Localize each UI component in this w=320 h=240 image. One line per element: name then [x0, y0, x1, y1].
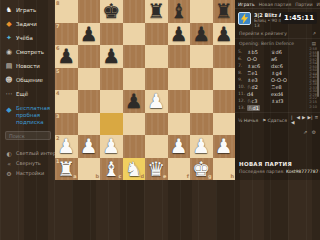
rank-label-8: 8	[56, 1, 59, 6]
white-pawn: ♟	[145, 90, 168, 113]
move-row: 11.d4exd42:302:28	[235, 90, 320, 97]
news-icon: ▤	[5, 62, 13, 70]
panel-tab-2[interactable]: Новая партия	[259, 2, 292, 7]
menu-button[interactable]: ≡	[314, 115, 318, 125]
move-clock-times: 2:222:15	[309, 97, 317, 104]
diamond-icon: ◆	[5, 106, 13, 114]
black-pawn: ♟	[168, 23, 191, 46]
square-e2[interactable]	[145, 135, 168, 158]
sidebar-item-label: Задачи	[16, 21, 37, 27]
square-c8[interactable]: ♚	[100, 0, 123, 23]
black-move[interactable]: ♖e8	[271, 84, 295, 90]
square-a5[interactable]: 5	[55, 68, 78, 91]
move-number: 5.	[238, 49, 247, 54]
file-label-h: h	[230, 174, 234, 179]
move-number: 11.	[238, 91, 247, 96]
move-list: 5.♗b5♕d62:582:556.O-Oa62:562:527.♗xc6dxc…	[235, 47, 320, 112]
opponent-link[interactable]: Kost98777787 (1|1)	[286, 169, 320, 174]
file-label-f: f	[187, 174, 189, 179]
share-icon[interactable]: ⇗	[303, 129, 307, 135]
square-e3[interactable]	[145, 113, 168, 136]
square-f2[interactable]: ♟	[168, 135, 191, 158]
square-b5[interactable]	[78, 68, 101, 91]
rank-label-3: 3	[56, 114, 59, 119]
square-c5[interactable]	[100, 68, 123, 91]
white-move[interactable]: ♘d1	[247, 105, 271, 111]
move-nav: |◀◀▶▶|≡	[291, 115, 318, 125]
new-game-section: НОВАЯ ПАРТИЯ Последняя партия: Kost98777…	[235, 161, 320, 174]
sidebar-footer-collapse[interactable]: «Свернуть	[0, 158, 55, 168]
square-g5[interactable]	[190, 68, 213, 91]
square-h3[interactable]	[213, 113, 236, 136]
black-move[interactable]: ♗xf3	[271, 98, 295, 104]
sidebar: ♞Играть◆Задачи✦Учёба◉Смотреть▤Новости☻Об…	[0, 0, 55, 180]
square-a2[interactable]: 2♟	[55, 135, 78, 158]
file-label-g: g	[208, 174, 212, 179]
square-d6[interactable]	[123, 45, 146, 68]
black-move[interactable]: ♗g4	[271, 70, 295, 76]
square-d7[interactable]	[123, 23, 146, 46]
sidebar-item-label: Ещё	[16, 91, 28, 97]
move-row: 8.♖e1♗g42:502:44	[235, 69, 320, 76]
square-c6[interactable]: ♟	[100, 45, 123, 68]
tournament-card[interactable]: 3|2 Blitz Арена Блиц • 90 партий 13 1:45…	[235, 9, 320, 29]
move-row: 9.♗e3O-O-O2:452:40	[235, 76, 320, 83]
blitz-lightning-icon	[238, 12, 251, 25]
white-move[interactable]: d4	[247, 91, 271, 97]
settings-icon[interactable]: ⚙	[312, 129, 316, 135]
sidebar-item-label: Смотреть	[16, 49, 44, 55]
square-e4[interactable]: ♟	[145, 90, 168, 113]
nav-first-button[interactable]: |◀	[291, 115, 294, 125]
resign-button[interactable]: ⚑ Сдаться	[262, 118, 287, 123]
right-panel: ИгратьНовая партияПартииИгроки 3|2 Blitz…	[235, 0, 320, 180]
panel-tab-4[interactable]: Игроки	[317, 2, 320, 7]
white-move[interactable]: ♗e3	[247, 77, 271, 83]
sidebar-item-label: Играть	[16, 7, 36, 13]
white-pawn: ♟	[190, 135, 213, 158]
black-move[interactable]: ♕d6	[271, 49, 295, 55]
search-box[interactable]	[5, 131, 51, 140]
square-f5[interactable]	[168, 68, 191, 91]
game-controls: ½ Ничья ⚑ Сдаться |◀◀▶▶|≡	[235, 112, 320, 127]
square-e8[interactable]: ♜	[145, 0, 168, 23]
black-bishop: ♝	[168, 0, 191, 23]
panel-tab-1[interactable]: Играть	[238, 2, 255, 7]
sidebar-item-more[interactable]: ⋯Ещё	[0, 87, 55, 101]
move-number: 8.	[238, 70, 247, 75]
black-pawn: ♟	[78, 23, 101, 46]
sidebar-item-label: Общение	[16, 77, 43, 83]
move-number: 12.	[238, 98, 247, 103]
rank-label-4: 4	[56, 91, 59, 96]
white-move[interactable]: ♗b5	[247, 49, 271, 55]
move-number: 13.	[238, 105, 247, 110]
collapse-icon: «	[5, 160, 13, 167]
square-e6[interactable]	[145, 45, 168, 68]
white-move[interactable]: O-O	[247, 56, 271, 62]
file-label-c: c	[119, 174, 122, 179]
light-ui-icon: ◐	[5, 150, 13, 157]
tournament-info: 3|2 Blitz Арена Блиц • 90 партий 13	[254, 12, 278, 28]
square-e7[interactable]	[145, 23, 168, 46]
learn-icon: ✦	[5, 34, 13, 42]
square-h1[interactable]: h	[213, 158, 236, 181]
square-e5[interactable]	[145, 68, 168, 91]
nav-last-button[interactable]: ▶|	[307, 115, 312, 125]
draw-button[interactable]: ½ Ничья	[238, 118, 258, 123]
white-pawn: ♟	[213, 135, 236, 158]
rank-label-2: 2	[56, 136, 59, 141]
black-move[interactable]: a6	[271, 56, 295, 62]
black-move[interactable]: O-O-O	[271, 77, 295, 83]
standings-icon[interactable]: ⇗	[312, 31, 316, 36]
square-d5[interactable]	[123, 68, 146, 91]
move-row: 7.♗xc6dxc62:542:50	[235, 62, 320, 69]
chess-board[interactable]: 8♚♜♝♜7♟♟♟♟6♟♟54♟♟32♟♟♟♟♟♟1a♜bc♝d♞e♛fg♚h	[55, 0, 235, 180]
black-rook: ♜	[145, 0, 168, 23]
square-b7[interactable]: ♟	[78, 23, 101, 46]
black-rook: ♜	[213, 0, 236, 23]
square-c2[interactable]: ♟	[100, 135, 123, 158]
black-pawn: ♟	[213, 23, 236, 46]
move-number: 7.	[238, 63, 247, 68]
sidebar-footer-label: Свернуть	[16, 160, 41, 166]
square-h6[interactable]	[213, 45, 236, 68]
square-g1[interactable]: g♚	[190, 158, 213, 181]
square-c7[interactable]	[100, 23, 123, 46]
watch-icon: ◉	[5, 48, 13, 56]
move-row: 6.O-Oa62:562:52	[235, 55, 320, 62]
square-b1[interactable]: b	[78, 158, 101, 181]
square-b6[interactable]	[78, 45, 101, 68]
white-pawn: ♟	[78, 135, 101, 158]
nav-forward-button[interactable]: ▶	[302, 115, 305, 125]
white-move[interactable]: ♘d2	[247, 84, 271, 90]
new-game-header[interactable]: НОВАЯ ПАРТИЯ	[239, 161, 316, 167]
black-king: ♚	[100, 0, 123, 23]
square-a1[interactable]: 1a♜	[55, 158, 78, 181]
sidebar-item-learn[interactable]: ✦Учёба	[0, 31, 55, 45]
square-d3[interactable]	[123, 113, 146, 136]
rank-label-6: 6	[56, 46, 59, 51]
square-g4[interactable]	[190, 90, 213, 113]
square-g7[interactable]: ♟	[190, 23, 213, 46]
square-h7[interactable]: ♟	[213, 23, 236, 46]
panel-small-icons: ⇗⚙	[235, 127, 320, 137]
file-label-b: b	[95, 174, 99, 179]
black-pawn: ♟	[123, 90, 146, 113]
settings-icon: ⚙	[5, 170, 13, 177]
square-g3[interactable]	[190, 113, 213, 136]
white-move[interactable]: ♗xc6	[247, 63, 271, 69]
file-label-d: d	[140, 174, 144, 179]
square-d4[interactable]: ♟	[123, 90, 146, 113]
panel-tabs: ИгратьНовая партияПартииИгроки	[235, 0, 320, 9]
move-list-scrollbar[interactable]	[317, 51, 319, 97]
free-trial-link[interactable]: ◆ Бесплатная пробная подписка	[0, 101, 55, 129]
black-pawn: ♟	[100, 45, 123, 68]
move-row: 12.♘c3♗xf32:222:15	[235, 97, 320, 104]
sidebar-item-puzzles[interactable]: ◆Задачи	[0, 17, 55, 31]
square-f7[interactable]: ♟	[168, 23, 191, 46]
tournament-timer: 1:45:11	[281, 12, 317, 24]
move-row: 13.♘d12:10	[235, 104, 320, 111]
square-f1[interactable]: f	[168, 158, 191, 181]
puzzles-icon: ◆	[5, 20, 13, 28]
square-b4[interactable]	[78, 90, 101, 113]
square-b2[interactable]: ♟	[78, 135, 101, 158]
sidebar-footer-light-ui[interactable]: ◐Светлый интерфейс	[0, 148, 55, 158]
sidebar-footer: ◐Светлый интерфейс«Свернуть⚙Настройки	[0, 148, 55, 178]
play-icon: ♞	[5, 6, 13, 14]
square-f6[interactable]	[168, 45, 191, 68]
square-h2[interactable]: ♟	[213, 135, 236, 158]
sidebar-footer-label: Настройки	[16, 170, 44, 176]
square-e1[interactable]: e♛	[145, 158, 168, 181]
square-a7[interactable]: 7	[55, 23, 78, 46]
square-b3[interactable]	[78, 113, 101, 136]
square-f3[interactable]	[168, 113, 191, 136]
sidebar-item-label: Учёба	[16, 35, 33, 41]
square-a4[interactable]: 4	[55, 90, 78, 113]
white-move[interactable]: ♘c3	[247, 98, 271, 104]
move-clock-times: 2:10	[309, 106, 317, 110]
file-label-a: a	[73, 174, 76, 179]
move-number: 10.	[238, 84, 247, 89]
square-f8[interactable]: ♝	[168, 0, 191, 23]
square-h5[interactable]	[213, 68, 236, 91]
rank-label-7: 7	[56, 24, 59, 29]
move-row: 5.♗b5♕d62:582:55	[235, 48, 320, 55]
square-b8[interactable]	[78, 0, 101, 23]
square-h4[interactable]	[213, 90, 236, 113]
square-f4[interactable]	[168, 90, 191, 113]
white-move[interactable]: ♖e1	[247, 70, 271, 76]
move-number: 6.	[238, 56, 247, 61]
search-input[interactable]	[6, 133, 50, 139]
sidebar-item-label: Новости	[16, 63, 40, 69]
last-game-line: Последняя партия: Kost98777787 (1|1)	[239, 169, 316, 174]
square-a3[interactable]: 3	[55, 113, 78, 136]
opening-name: Opening: Berlin Defence	[239, 41, 294, 46]
rank-label-5: 5	[56, 69, 59, 74]
white-pawn: ♟	[168, 135, 191, 158]
square-c4[interactable]	[100, 90, 123, 113]
square-d2[interactable]	[123, 135, 146, 158]
move-row: 10.♘d2♖e82:382:33	[235, 83, 320, 90]
square-h8[interactable]: ♜	[213, 0, 236, 23]
sidebar-item-news[interactable]: ▤Новости	[0, 59, 55, 73]
last-game-label: Последняя партия:	[239, 169, 284, 174]
black-move[interactable]: exd4	[271, 91, 295, 97]
square-g8[interactable]	[190, 0, 213, 23]
opening-book-icon[interactable]: ▤	[312, 41, 316, 46]
square-d8[interactable]	[123, 0, 146, 23]
square-d1[interactable]: d♞	[123, 158, 146, 181]
square-c1[interactable]: c♝	[100, 158, 123, 181]
black-pawn: ♟	[190, 23, 213, 46]
black-move[interactable]: dxc6	[271, 63, 295, 69]
sidebar-footer-settings[interactable]: ⚙Настройки	[0, 168, 55, 178]
rank-label-1: 1	[56, 159, 59, 164]
nav-back-button[interactable]: ◀	[297, 115, 300, 125]
tournament-points: 13	[254, 23, 278, 28]
sidebar-item-play[interactable]: ♞Играть	[0, 3, 55, 17]
square-a8[interactable]: 8	[55, 0, 78, 23]
sidebar-items: ♞Играть◆Задачи✦Учёба◉Смотреть▤Новости☻Об…	[0, 3, 55, 101]
more-icon: ⋯	[5, 90, 13, 98]
move-number: 9.	[238, 77, 247, 82]
sidebar-item-watch[interactable]: ◉Смотреть	[0, 45, 55, 59]
file-label-e: e	[163, 174, 166, 179]
square-c3[interactable]	[100, 113, 123, 136]
square-g6[interactable]	[190, 45, 213, 68]
free-trial-label: Бесплатная пробная подписка	[16, 105, 53, 126]
square-g2[interactable]: ♟	[190, 135, 213, 158]
sidebar-item-social[interactable]: ☻Общение	[0, 73, 55, 87]
white-pawn: ♟	[100, 135, 123, 158]
social-icon: ☻	[5, 76, 13, 84]
standings-link[interactable]: Перейти к рейтингу	[239, 31, 287, 36]
square-a6[interactable]: 6♟	[55, 45, 78, 68]
panel-tab-3[interactable]: Партии	[295, 2, 312, 7]
